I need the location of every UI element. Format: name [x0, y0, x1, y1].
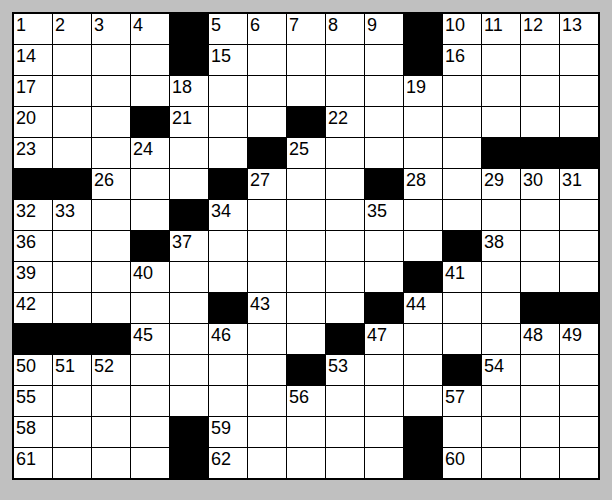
black-cell-r6c10: [365, 169, 403, 199]
white-cell-r12c7[interactable]: [248, 355, 286, 385]
white-cell-r11c4[interactable]: 45: [131, 324, 169, 354]
crossword-grid: 1234567891011121314151617181920212223242…: [12, 12, 600, 480]
black-cell-r14c11: [404, 417, 442, 447]
white-cell-r6c12[interactable]: [443, 169, 481, 199]
white-cell-r15c13[interactable]: [482, 448, 520, 478]
clue-number-18: 18: [172, 77, 192, 97]
white-cell-r2c6[interactable]: 15: [209, 45, 247, 75]
white-cell-r6c11[interactable]: 28: [404, 169, 442, 199]
white-cell-r5c5[interactable]: [170, 138, 208, 168]
white-cell-r3c15[interactable]: [560, 76, 598, 106]
clue-number-2: 2: [55, 15, 65, 35]
white-cell-r2c4[interactable]: [131, 45, 169, 75]
white-cell-r4c6[interactable]: [209, 107, 247, 137]
black-cell-r8c12: [443, 231, 481, 261]
white-cell-r3c13[interactable]: [482, 76, 520, 106]
white-cell-r11c7[interactable]: [248, 324, 286, 354]
black-cell-r2c5: [170, 45, 208, 75]
white-cell-r3c8[interactable]: [287, 76, 325, 106]
white-cell-r10c8[interactable]: [287, 293, 325, 323]
white-cell-r7c9[interactable]: [326, 200, 364, 230]
black-cell-r2c11: [404, 45, 442, 75]
black-cell-r8c4: [131, 231, 169, 261]
white-cell-r1c8[interactable]: 7: [287, 14, 325, 44]
white-cell-r4c10[interactable]: [365, 107, 403, 137]
white-cell-r10c5[interactable]: [170, 293, 208, 323]
white-cell-r7c2[interactable]: 33: [53, 200, 91, 230]
black-cell-r10c6: [209, 293, 247, 323]
white-cell-r12c13[interactable]: 54: [482, 355, 520, 385]
clue-number-14: 14: [16, 46, 36, 66]
black-cell-r1c11: [404, 14, 442, 44]
white-cell-r3c3[interactable]: [92, 76, 130, 106]
black-cell-r7c5: [170, 200, 208, 230]
white-cell-r4c13[interactable]: [482, 107, 520, 137]
white-cell-r4c1[interactable]: 20: [14, 107, 52, 137]
white-cell-r11c6[interactable]: 46: [209, 324, 247, 354]
white-cell-r1c7[interactable]: 6: [248, 14, 286, 44]
white-cell-r12c11[interactable]: [404, 355, 442, 385]
white-cell-r12c10[interactable]: [365, 355, 403, 385]
clue-number-43: 43: [250, 294, 270, 314]
white-cell-r14c1[interactable]: 58: [14, 417, 52, 447]
white-cell-r14c4[interactable]: [131, 417, 169, 447]
clue-number-3: 3: [94, 15, 104, 35]
white-cell-r2c13[interactable]: [482, 45, 520, 75]
clue-number-4: 4: [133, 15, 143, 35]
clue-number-30: 30: [523, 170, 543, 190]
white-cell-r5c12[interactable]: [443, 138, 481, 168]
white-cell-r9c4[interactable]: 40: [131, 262, 169, 292]
white-cell-r9c2[interactable]: [53, 262, 91, 292]
white-cell-r3c6[interactable]: [209, 76, 247, 106]
white-cell-r3c2[interactable]: [53, 76, 91, 106]
white-cell-r2c14[interactable]: [521, 45, 559, 75]
white-cell-r11c14[interactable]: 48: [521, 324, 559, 354]
black-cell-r5c13: [482, 138, 520, 168]
white-cell-r4c2[interactable]: [53, 107, 91, 137]
white-cell-r9c12[interactable]: 41: [443, 262, 481, 292]
white-cell-r5c9[interactable]: [326, 138, 364, 168]
white-cell-r2c10[interactable]: [365, 45, 403, 75]
white-cell-r13c7[interactable]: [248, 386, 286, 416]
black-cell-r15c5: [170, 448, 208, 478]
white-cell-r13c8[interactable]: 56: [287, 386, 325, 416]
white-cell-r6c4[interactable]: [131, 169, 169, 199]
clue-number-21: 21: [172, 108, 192, 128]
white-cell-r6c3[interactable]: 26: [92, 169, 130, 199]
white-cell-r8c2[interactable]: [53, 231, 91, 261]
white-cell-r13c4[interactable]: [131, 386, 169, 416]
white-cell-r6c5[interactable]: [170, 169, 208, 199]
white-cell-r4c12[interactable]: [443, 107, 481, 137]
white-cell-r1c2[interactable]: 2: [53, 14, 91, 44]
white-cell-r11c12[interactable]: [443, 324, 481, 354]
white-cell-r4c5[interactable]: 21: [170, 107, 208, 137]
clue-number-50: 50: [16, 356, 36, 376]
white-cell-r13c5[interactable]: [170, 386, 208, 416]
clue-number-19: 19: [406, 77, 426, 97]
white-cell-r9c14[interactable]: [521, 262, 559, 292]
white-cell-r7c1[interactable]: 32: [14, 200, 52, 230]
white-cell-r6c13[interactable]: 29: [482, 169, 520, 199]
white-cell-r3c9[interactable]: [326, 76, 364, 106]
white-cell-r10c9[interactable]: [326, 293, 364, 323]
clue-number-41: 41: [445, 263, 465, 283]
white-cell-r8c15[interactable]: [560, 231, 598, 261]
clue-number-51: 51: [55, 356, 75, 376]
white-cell-r9c7[interactable]: [248, 262, 286, 292]
black-cell-r10c15: [560, 293, 598, 323]
black-cell-r11c3: [92, 324, 130, 354]
clue-number-45: 45: [133, 325, 153, 345]
clue-number-56: 56: [289, 387, 309, 407]
white-cell-r9c13[interactable]: [482, 262, 520, 292]
white-cell-r4c14[interactable]: [521, 107, 559, 137]
white-cell-r9c15[interactable]: [560, 262, 598, 292]
white-cell-r7c6[interactable]: 34: [209, 200, 247, 230]
black-cell-r10c10: [365, 293, 403, 323]
clue-number-28: 28: [406, 170, 426, 190]
white-cell-r11c15[interactable]: 49: [560, 324, 598, 354]
clue-number-59: 59: [211, 418, 231, 438]
clue-number-57: 57: [445, 387, 465, 407]
white-cell-r12c5[interactable]: [170, 355, 208, 385]
white-cell-r13c14[interactable]: [521, 386, 559, 416]
white-cell-r14c15[interactable]: [560, 417, 598, 447]
white-cell-r15c15[interactable]: [560, 448, 598, 478]
clue-number-16: 16: [445, 46, 465, 66]
black-cell-r5c14: [521, 138, 559, 168]
white-cell-r1c14[interactable]: 12: [521, 14, 559, 44]
clue-number-34: 34: [211, 201, 231, 221]
white-cell-r6c14[interactable]: 30: [521, 169, 559, 199]
clue-number-32: 32: [16, 201, 36, 221]
clue-number-24: 24: [133, 139, 153, 159]
white-cell-r6c7[interactable]: 27: [248, 169, 286, 199]
white-cell-r1c13[interactable]: 11: [482, 14, 520, 44]
white-cell-r7c15[interactable]: [560, 200, 598, 230]
white-cell-r13c12[interactable]: 57: [443, 386, 481, 416]
white-cell-r9c8[interactable]: [287, 262, 325, 292]
white-cell-r10c13[interactable]: [482, 293, 520, 323]
clue-number-22: 22: [328, 108, 348, 128]
white-cell-r12c4[interactable]: [131, 355, 169, 385]
white-cell-r3c5[interactable]: 18: [170, 76, 208, 106]
white-cell-r12c6[interactable]: [209, 355, 247, 385]
clue-number-52: 52: [94, 356, 114, 376]
white-cell-r8c8[interactable]: [287, 231, 325, 261]
white-cell-r11c5[interactable]: [170, 324, 208, 354]
white-cell-r2c8[interactable]: [287, 45, 325, 75]
white-cell-r9c6[interactable]: [209, 262, 247, 292]
black-cell-r11c9: [326, 324, 364, 354]
white-cell-r14c13[interactable]: [482, 417, 520, 447]
black-cell-r12c8: [287, 355, 325, 385]
white-cell-r8c7[interactable]: [248, 231, 286, 261]
white-cell-r7c3[interactable]: [92, 200, 130, 230]
white-cell-r15c9[interactable]: [326, 448, 364, 478]
black-cell-r10c14: [521, 293, 559, 323]
white-cell-r7c8[interactable]: [287, 200, 325, 230]
white-cell-r15c3[interactable]: [92, 448, 130, 478]
white-cell-r5c8[interactable]: 25: [287, 138, 325, 168]
white-cell-r14c2[interactable]: [53, 417, 91, 447]
white-cell-r14c14[interactable]: [521, 417, 559, 447]
clue-number-25: 25: [289, 139, 309, 159]
clue-number-1: 1: [16, 15, 26, 35]
clue-number-61: 61: [16, 449, 36, 469]
black-cell-r5c15: [560, 138, 598, 168]
clue-number-37: 37: [172, 232, 192, 252]
white-cell-r9c1[interactable]: 39: [14, 262, 52, 292]
white-cell-r12c2[interactable]: 51: [53, 355, 91, 385]
white-cell-r3c12[interactable]: [443, 76, 481, 106]
white-cell-r13c2[interactable]: [53, 386, 91, 416]
clue-number-42: 42: [16, 294, 36, 314]
white-cell-r14c3[interactable]: [92, 417, 130, 447]
clue-number-46: 46: [211, 325, 231, 345]
clue-number-53: 53: [328, 356, 348, 376]
white-cell-r4c3[interactable]: [92, 107, 130, 137]
clue-number-48: 48: [523, 325, 543, 345]
white-cell-r14c9[interactable]: [326, 417, 364, 447]
clue-number-7: 7: [289, 15, 299, 35]
white-cell-r5c11[interactable]: [404, 138, 442, 168]
white-cell-r13c10[interactable]: [365, 386, 403, 416]
white-cell-r15c6[interactable]: 62: [209, 448, 247, 478]
white-cell-r4c11[interactable]: [404, 107, 442, 137]
clue-number-38: 38: [484, 232, 504, 252]
white-cell-r6c9[interactable]: [326, 169, 364, 199]
white-cell-r1c15[interactable]: 13: [560, 14, 598, 44]
white-cell-r14c8[interactable]: [287, 417, 325, 447]
clue-number-13: 13: [562, 15, 582, 35]
white-cell-r1c6[interactable]: 5: [209, 14, 247, 44]
white-cell-r12c1[interactable]: 50: [14, 355, 52, 385]
white-cell-r9c3[interactable]: [92, 262, 130, 292]
white-cell-r8c14[interactable]: [521, 231, 559, 261]
white-cell-r12c14[interactable]: [521, 355, 559, 385]
white-cell-r1c4[interactable]: 4: [131, 14, 169, 44]
white-cell-r11c8[interactable]: [287, 324, 325, 354]
white-cell-r2c1[interactable]: 14: [14, 45, 52, 75]
clue-number-9: 9: [367, 15, 377, 35]
white-cell-r5c3[interactable]: [92, 138, 130, 168]
clue-number-55: 55: [16, 387, 36, 407]
clue-number-12: 12: [523, 15, 543, 35]
white-cell-r3c7[interactable]: [248, 76, 286, 106]
clue-number-23: 23: [16, 139, 36, 159]
white-cell-r11c11[interactable]: [404, 324, 442, 354]
white-cell-r10c2[interactable]: [53, 293, 91, 323]
white-cell-r15c10[interactable]: [365, 448, 403, 478]
white-cell-r13c15[interactable]: [560, 386, 598, 416]
white-cell-r15c4[interactable]: [131, 448, 169, 478]
clue-number-58: 58: [16, 418, 36, 438]
clue-number-17: 17: [16, 77, 36, 97]
clue-number-62: 62: [211, 449, 231, 469]
white-cell-r4c9[interactable]: 22: [326, 107, 364, 137]
white-cell-r5c2[interactable]: [53, 138, 91, 168]
white-cell-r11c10[interactable]: 47: [365, 324, 403, 354]
black-cell-r6c6: [209, 169, 247, 199]
clue-number-44: 44: [406, 294, 426, 314]
white-cell-r3c10[interactable]: [365, 76, 403, 106]
clue-number-49: 49: [562, 325, 582, 345]
white-cell-r15c1[interactable]: 61: [14, 448, 52, 478]
white-cell-r1c12[interactable]: 10: [443, 14, 481, 44]
black-cell-r1c5: [170, 14, 208, 44]
white-cell-r13c13[interactable]: [482, 386, 520, 416]
white-cell-r2c9[interactable]: [326, 45, 364, 75]
white-cell-r8c1[interactable]: 36: [14, 231, 52, 261]
white-cell-r5c6[interactable]: [209, 138, 247, 168]
clue-number-20: 20: [16, 108, 36, 128]
white-cell-r9c9[interactable]: [326, 262, 364, 292]
clue-number-26: 26: [94, 170, 114, 190]
white-cell-r8c6[interactable]: [209, 231, 247, 261]
white-cell-r10c1[interactable]: 42: [14, 293, 52, 323]
white-cell-r3c14[interactable]: [521, 76, 559, 106]
white-cell-r7c14[interactable]: [521, 200, 559, 230]
white-cell-r10c11[interactable]: 44: [404, 293, 442, 323]
white-cell-r15c8[interactable]: [287, 448, 325, 478]
white-cell-r1c10[interactable]: 9: [365, 14, 403, 44]
white-cell-r5c1[interactable]: 23: [14, 138, 52, 168]
black-cell-r12c12: [443, 355, 481, 385]
white-cell-r13c3[interactable]: [92, 386, 130, 416]
white-cell-r2c12[interactable]: 16: [443, 45, 481, 75]
white-cell-r10c4[interactable]: [131, 293, 169, 323]
white-cell-r7c13[interactable]: [482, 200, 520, 230]
white-cell-r15c7[interactable]: [248, 448, 286, 478]
clue-number-10: 10: [445, 15, 465, 35]
white-cell-r13c9[interactable]: [326, 386, 364, 416]
white-cell-r4c7[interactable]: [248, 107, 286, 137]
clue-number-35: 35: [367, 201, 387, 221]
white-cell-r12c9[interactable]: 53: [326, 355, 364, 385]
white-cell-r13c1[interactable]: 55: [14, 386, 52, 416]
white-cell-r9c10[interactable]: [365, 262, 403, 292]
white-cell-r8c10[interactable]: [365, 231, 403, 261]
white-cell-r5c10[interactable]: [365, 138, 403, 168]
white-cell-r8c3[interactable]: [92, 231, 130, 261]
black-cell-r6c2: [53, 169, 91, 199]
white-cell-r11c13[interactable]: [482, 324, 520, 354]
clue-number-33: 33: [55, 201, 75, 221]
clue-number-39: 39: [16, 263, 36, 283]
clue-number-36: 36: [16, 232, 36, 252]
clue-number-6: 6: [250, 15, 260, 35]
white-cell-r7c11[interactable]: [404, 200, 442, 230]
clue-number-15: 15: [211, 46, 231, 66]
white-cell-r5c4[interactable]: 24: [131, 138, 169, 168]
white-cell-r1c9[interactable]: 8: [326, 14, 364, 44]
black-cell-r6c1: [14, 169, 52, 199]
black-cell-r11c2: [53, 324, 91, 354]
white-cell-r7c10[interactable]: 35: [365, 200, 403, 230]
black-cell-r5c7: [248, 138, 286, 168]
clue-number-29: 29: [484, 170, 504, 190]
black-cell-r4c4: [131, 107, 169, 137]
black-cell-r11c1: [14, 324, 52, 354]
clue-number-11: 11: [484, 15, 503, 35]
white-cell-r9c5[interactable]: [170, 262, 208, 292]
black-cell-r4c8: [287, 107, 325, 137]
white-cell-r2c7[interactable]: [248, 45, 286, 75]
white-cell-r3c11[interactable]: 19: [404, 76, 442, 106]
white-cell-r15c2[interactable]: [53, 448, 91, 478]
black-cell-r14c5: [170, 417, 208, 447]
white-cell-r4c15[interactable]: [560, 107, 598, 137]
white-cell-r10c7[interactable]: 43: [248, 293, 286, 323]
clue-number-47: 47: [367, 325, 387, 345]
white-cell-r12c15[interactable]: [560, 355, 598, 385]
clue-number-5: 5: [211, 15, 221, 35]
white-cell-r2c15[interactable]: [560, 45, 598, 75]
white-cell-r13c11[interactable]: [404, 386, 442, 416]
white-cell-r7c12[interactable]: [443, 200, 481, 230]
white-cell-r3c4[interactable]: [131, 76, 169, 106]
white-cell-r7c4[interactable]: [131, 200, 169, 230]
white-cell-r15c12[interactable]: 60: [443, 448, 481, 478]
white-cell-r14c6[interactable]: 59: [209, 417, 247, 447]
white-cell-r6c15[interactable]: 31: [560, 169, 598, 199]
white-cell-r12c3[interactable]: 52: [92, 355, 130, 385]
white-cell-r14c7[interactable]: [248, 417, 286, 447]
clue-number-8: 8: [328, 15, 338, 35]
white-cell-r10c12[interactable]: [443, 293, 481, 323]
clue-number-40: 40: [133, 263, 153, 283]
white-cell-r14c12[interactable]: [443, 417, 481, 447]
black-cell-r15c11: [404, 448, 442, 478]
white-cell-r8c11[interactable]: [404, 231, 442, 261]
white-cell-r2c2[interactable]: [53, 45, 91, 75]
white-cell-r8c13[interactable]: 38: [482, 231, 520, 261]
white-cell-r10c3[interactable]: [92, 293, 130, 323]
white-cell-r13c6[interactable]: [209, 386, 247, 416]
clue-number-31: 31: [562, 170, 582, 190]
clue-number-54: 54: [484, 356, 504, 376]
white-cell-r1c1[interactable]: 1: [14, 14, 52, 44]
white-cell-r15c14[interactable]: [521, 448, 559, 478]
white-cell-r7c7[interactable]: [248, 200, 286, 230]
white-cell-r6c8[interactable]: [287, 169, 325, 199]
white-cell-r8c5[interactable]: 37: [170, 231, 208, 261]
white-cell-r3c1[interactable]: 17: [14, 76, 52, 106]
white-cell-r1c3[interactable]: 3: [92, 14, 130, 44]
clue-number-27: 27: [250, 170, 270, 190]
white-cell-r14c10[interactable]: [365, 417, 403, 447]
white-cell-r2c3[interactable]: [92, 45, 130, 75]
black-cell-r9c11: [404, 262, 442, 292]
clue-number-60: 60: [445, 449, 465, 469]
white-cell-r8c9[interactable]: [326, 231, 364, 261]
